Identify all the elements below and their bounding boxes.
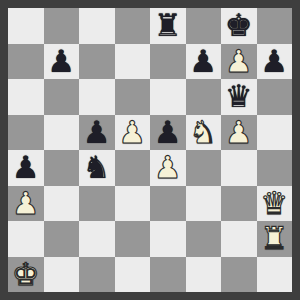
piece-white-rook: ♜ [257,221,293,257]
square-g3[interactable] [221,186,257,222]
square-d4[interactable] [115,150,151,186]
square-b7[interactable]: ♟ [44,44,80,80]
piece-black-pawn: ♟ [44,44,80,80]
square-b1[interactable] [44,257,80,293]
square-b2[interactable] [44,221,80,257]
square-e8[interactable]: ♜ [150,8,186,44]
square-g6[interactable]: ♛ [221,79,257,115]
piece-white-pawn: ♟ [221,44,257,80]
board: ♜♚♟♟♟♟♛♟♟♟♞♟♟♞♟♟♛♜♚ [8,8,292,292]
piece-black-knight: ♞ [79,150,115,186]
square-b4[interactable] [44,150,80,186]
square-b3[interactable] [44,186,80,222]
square-a1[interactable]: ♚ [8,257,44,293]
square-e6[interactable] [150,79,186,115]
square-e2[interactable] [150,221,186,257]
square-g5[interactable]: ♟ [221,115,257,151]
square-h1[interactable] [257,257,293,293]
piece-black-queen: ♛ [221,79,257,115]
square-b8[interactable] [44,8,80,44]
square-a5[interactable] [8,115,44,151]
square-h7[interactable]: ♟ [257,44,293,80]
square-a4[interactable]: ♟ [8,150,44,186]
square-f5[interactable]: ♞ [186,115,222,151]
square-e1[interactable] [150,257,186,293]
square-f3[interactable] [186,186,222,222]
square-g4[interactable] [221,150,257,186]
square-h4[interactable] [257,150,293,186]
square-c4[interactable]: ♞ [79,150,115,186]
square-c6[interactable] [79,79,115,115]
square-g7[interactable]: ♟ [221,44,257,80]
square-b5[interactable] [44,115,80,151]
square-c8[interactable] [79,8,115,44]
square-d6[interactable] [115,79,151,115]
square-f2[interactable] [186,221,222,257]
square-a6[interactable] [8,79,44,115]
piece-black-pawn: ♟ [257,44,293,80]
square-h6[interactable] [257,79,293,115]
square-c7[interactable] [79,44,115,80]
piece-white-pawn: ♟ [8,186,44,222]
square-d5[interactable]: ♟ [115,115,151,151]
square-e4[interactable]: ♟ [150,150,186,186]
square-f4[interactable] [186,150,222,186]
piece-white-knight: ♞ [186,115,222,151]
square-c1[interactable] [79,257,115,293]
square-d2[interactable] [115,221,151,257]
square-d8[interactable] [115,8,151,44]
piece-black-king: ♚ [221,8,257,44]
piece-white-queen: ♛ [257,186,293,222]
square-a7[interactable] [8,44,44,80]
square-h5[interactable] [257,115,293,151]
piece-black-pawn: ♟ [150,115,186,151]
board-frame: ♜♚♟♟♟♟♛♟♟♟♞♟♟♞♟♟♛♜♚ [0,0,300,300]
square-g1[interactable] [221,257,257,293]
piece-black-pawn: ♟ [186,44,222,80]
square-d7[interactable] [115,44,151,80]
square-g2[interactable] [221,221,257,257]
square-f8[interactable] [186,8,222,44]
square-d1[interactable] [115,257,151,293]
square-c5[interactable]: ♟ [79,115,115,151]
square-g8[interactable]: ♚ [221,8,257,44]
piece-white-king: ♚ [8,257,44,293]
square-e3[interactable] [150,186,186,222]
square-e7[interactable] [150,44,186,80]
square-c3[interactable] [79,186,115,222]
square-h3[interactable]: ♛ [257,186,293,222]
square-e5[interactable]: ♟ [150,115,186,151]
piece-black-pawn: ♟ [8,150,44,186]
square-f6[interactable] [186,79,222,115]
piece-white-pawn: ♟ [115,115,151,151]
square-c2[interactable] [79,221,115,257]
square-h2[interactable]: ♜ [257,221,293,257]
square-a8[interactable] [8,8,44,44]
square-f7[interactable]: ♟ [186,44,222,80]
piece-black-pawn: ♟ [79,115,115,151]
square-h8[interactable] [257,8,293,44]
square-f1[interactable] [186,257,222,293]
piece-white-pawn: ♟ [150,150,186,186]
piece-black-rook: ♜ [150,8,186,44]
square-b6[interactable] [44,79,80,115]
piece-white-pawn: ♟ [221,115,257,151]
square-a2[interactable] [8,221,44,257]
square-a3[interactable]: ♟ [8,186,44,222]
square-d3[interactable] [115,186,151,222]
